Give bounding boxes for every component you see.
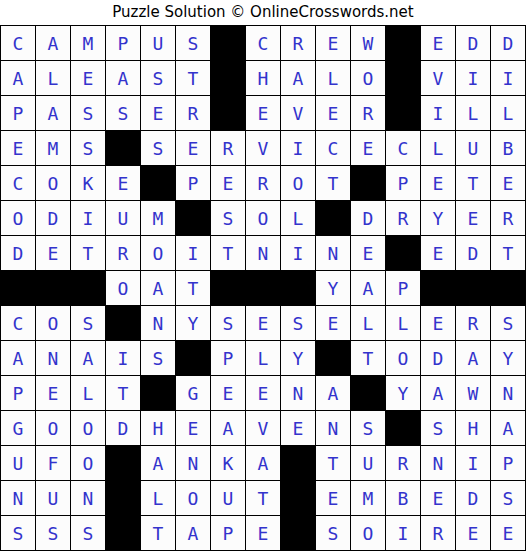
letter-cell-r4c8: V (246, 131, 280, 165)
letter-cell-r3c15: L (491, 96, 525, 130)
letter-cell-r15c8: E (246, 516, 280, 550)
letter-cell-r4c11: E (351, 131, 385, 165)
letter-cell-r4c14: U (456, 131, 490, 165)
letter-cell-r4c13: L (421, 131, 455, 165)
letter-cell-r15c3: S (71, 516, 105, 550)
letter-cell-r11c3: L (71, 376, 105, 410)
letter-cell-r1c5: U (141, 26, 175, 60)
letter-cell-r1c4: P (106, 26, 140, 60)
letter-cell-r14c13: E (421, 481, 455, 515)
letter-cell-r11c12: Y (386, 376, 420, 410)
puzzle-solution-page: Puzzle Solution © OnlineCrosswords.net C… (0, 0, 526, 551)
letter-cell-r3c13: I (421, 96, 455, 130)
letter-cell-r11c8: E (246, 376, 280, 410)
block-cell-r14c4 (106, 481, 140, 515)
letter-cell-r3c3: S (71, 96, 105, 130)
letter-cell-r15c14: E (456, 516, 490, 550)
letter-cell-r7c4: R (106, 236, 140, 270)
letter-cell-r3c9: V (281, 96, 315, 130)
letter-cell-r10c14: A (456, 341, 490, 375)
block-cell-r6c6 (176, 201, 210, 235)
letter-cell-r6c9: L (281, 201, 315, 235)
block-cell-r1c12 (386, 26, 420, 60)
letter-cell-r14c1: N (1, 481, 35, 515)
letter-cell-r3c1: P (1, 96, 35, 130)
letter-cell-r6c13: Y (421, 201, 455, 235)
block-cell-r4c4 (106, 131, 140, 165)
letter-cell-r12c6: E (176, 411, 210, 445)
letter-cell-r4c6: E (176, 131, 210, 165)
block-cell-r8c8 (246, 271, 280, 305)
letter-cell-r13c13: N (421, 446, 455, 480)
letter-cell-r5c10: T (316, 166, 350, 200)
letter-cell-r13c8: A (246, 446, 280, 480)
letter-cell-r5c9: O (281, 166, 315, 200)
letter-cell-r6c2: D (36, 201, 70, 235)
letter-cell-r2c5: S (141, 61, 175, 95)
letter-cell-r3c8: E (246, 96, 280, 130)
block-cell-r8c7 (211, 271, 245, 305)
letter-cell-r14c7: U (211, 481, 245, 515)
block-cell-r9c4 (106, 306, 140, 340)
letter-cell-r3c4: S (106, 96, 140, 130)
letter-cell-r7c1: D (1, 236, 35, 270)
letter-cell-r4c7: R (211, 131, 245, 165)
letter-cell-r2c2: L (36, 61, 70, 95)
block-cell-r15c4 (106, 516, 140, 550)
letter-cell-r4c12: C (386, 131, 420, 165)
letter-cell-r1c13: E (421, 26, 455, 60)
letter-cell-r1c11: W (351, 26, 385, 60)
block-cell-r7c12 (386, 236, 420, 270)
letter-cell-r13c15: P (491, 446, 525, 480)
block-cell-r2c12 (386, 61, 420, 95)
letter-cell-r8c12: P (386, 271, 420, 305)
letter-cell-r7c6: I (176, 236, 210, 270)
letter-cell-r4c5: S (141, 131, 175, 165)
letter-cell-r8c6: T (176, 271, 210, 305)
letter-cell-r2c8: H (246, 61, 280, 95)
letter-cell-r9c12: L (386, 306, 420, 340)
letter-cell-r11c7: E (211, 376, 245, 410)
letter-cell-r9c5: N (141, 306, 175, 340)
letter-cell-r9c1: C (1, 306, 35, 340)
letter-cell-r8c4: O (106, 271, 140, 305)
letter-cell-r11c4: T (106, 376, 140, 410)
block-cell-r8c9 (281, 271, 315, 305)
letter-cell-r13c7: K (211, 446, 245, 480)
letter-cell-r13c3: O (71, 446, 105, 480)
letter-cell-r14c3: N (71, 481, 105, 515)
letter-cell-r10c9: Y (281, 341, 315, 375)
letter-cell-r11c10: A (316, 376, 350, 410)
letter-cell-r6c11: D (351, 201, 385, 235)
letter-cell-r13c12: R (386, 446, 420, 480)
letter-cell-r2c15: I (491, 61, 525, 95)
letter-cell-r14c2: U (36, 481, 70, 515)
letter-cell-r5c1: C (1, 166, 35, 200)
block-cell-r8c3 (71, 271, 105, 305)
letter-cell-r6c15: R (491, 201, 525, 235)
letter-cell-r12c5: H (141, 411, 175, 445)
letter-cell-r6c5: M (141, 201, 175, 235)
letter-cell-r1c8: C (246, 26, 280, 60)
letter-cell-r4c1: E (1, 131, 35, 165)
letter-cell-r4c3: S (71, 131, 105, 165)
letter-cell-r14c8: T (246, 481, 280, 515)
letter-cell-r10c13: D (421, 341, 455, 375)
letter-cell-r8c5: A (141, 271, 175, 305)
letter-cell-r3c11: R (351, 96, 385, 130)
letter-cell-r12c11: S (351, 411, 385, 445)
letter-cell-r5c4: E (106, 166, 140, 200)
letter-cell-r2c3: E (71, 61, 105, 95)
block-cell-r10c6 (176, 341, 210, 375)
letter-cell-r1c2: A (36, 26, 70, 60)
letter-cell-r7c11: E (351, 236, 385, 270)
block-cell-r8c1 (1, 271, 35, 305)
letter-cell-r14c15: S (491, 481, 525, 515)
letter-cell-r15c1: S (1, 516, 35, 550)
letter-cell-r13c11: U (351, 446, 385, 480)
letter-cell-r15c12: I (386, 516, 420, 550)
letter-cell-r11c1: P (1, 376, 35, 410)
block-cell-r11c11 (351, 376, 385, 410)
letter-cell-r7c5: O (141, 236, 175, 270)
letter-cell-r5c8: R (246, 166, 280, 200)
letter-cell-r1c1: C (1, 26, 35, 60)
letter-cell-r13c2: F (36, 446, 70, 480)
block-cell-r14c9 (281, 481, 315, 515)
letter-cell-r9c7: S (211, 306, 245, 340)
block-cell-r3c7 (211, 96, 245, 130)
letter-cell-r8c11: A (351, 271, 385, 305)
block-cell-r6c10 (316, 201, 350, 235)
block-cell-r5c11 (351, 166, 385, 200)
letter-cell-r1c9: R (281, 26, 315, 60)
letter-cell-r5c13: E (421, 166, 455, 200)
letter-cell-r2c1: A (1, 61, 35, 95)
letter-cell-r14c12: B (386, 481, 420, 515)
block-cell-r15c9 (281, 516, 315, 550)
block-cell-r8c15 (491, 271, 525, 305)
letter-cell-r15c15: E (491, 516, 525, 550)
block-cell-r8c2 (36, 271, 70, 305)
letter-cell-r15c13: R (421, 516, 455, 550)
letter-cell-r7c10: N (316, 236, 350, 270)
letter-cell-r9c6: Y (176, 306, 210, 340)
letter-cell-r6c8: O (246, 201, 280, 235)
letter-cell-r9c2: O (36, 306, 70, 340)
letter-cell-r12c15: A (491, 411, 525, 445)
letter-cell-r15c6: A (176, 516, 210, 550)
letter-cell-r1c14: D (456, 26, 490, 60)
block-cell-r13c9 (281, 446, 315, 480)
letter-cell-r7c9: I (281, 236, 315, 270)
letter-cell-r3c10: E (316, 96, 350, 130)
letter-cell-r10c8: L (246, 341, 280, 375)
letter-cell-r12c13: S (421, 411, 455, 445)
letter-cell-r11c2: E (36, 376, 70, 410)
letter-cell-r13c10: T (316, 446, 350, 480)
letter-cell-r12c7: A (211, 411, 245, 445)
block-cell-r11c5 (141, 376, 175, 410)
letter-cell-r13c6: N (176, 446, 210, 480)
letter-cell-r12c3: O (71, 411, 105, 445)
letter-cell-r4c15: B (491, 131, 525, 165)
letter-cell-r3c6: R (176, 96, 210, 130)
letter-cell-r11c6: G (176, 376, 210, 410)
letter-cell-r1c3: M (71, 26, 105, 60)
letter-cell-r12c9: E (281, 411, 315, 445)
letter-cell-r9c15: S (491, 306, 525, 340)
letter-cell-r5c6: P (176, 166, 210, 200)
letter-cell-r9c9: S (281, 306, 315, 340)
letter-cell-r6c14: E (456, 201, 490, 235)
letter-cell-r3c5: E (141, 96, 175, 130)
letter-cell-r13c5: A (141, 446, 175, 480)
letter-cell-r12c4: D (106, 411, 140, 445)
letter-cell-r2c4: A (106, 61, 140, 95)
block-cell-r8c13 (421, 271, 455, 305)
letter-cell-r8c10: Y (316, 271, 350, 305)
letter-cell-r10c15: Y (491, 341, 525, 375)
block-cell-r12c12 (386, 411, 420, 445)
block-cell-r2c7 (211, 61, 245, 95)
block-cell-r1c7 (211, 26, 245, 60)
letter-cell-r10c2: N (36, 341, 70, 375)
letter-cell-r6c3: I (71, 201, 105, 235)
letter-cell-r6c1: O (1, 201, 35, 235)
letter-cell-r9c13: E (421, 306, 455, 340)
letter-cell-r5c2: O (36, 166, 70, 200)
letter-cell-r6c7: S (211, 201, 245, 235)
letter-cell-r5c3: K (71, 166, 105, 200)
letter-cell-r1c15: D (491, 26, 525, 60)
letter-cell-r11c13: A (421, 376, 455, 410)
letter-cell-r2c6: T (176, 61, 210, 95)
letter-cell-r10c1: A (1, 341, 35, 375)
letter-cell-r11c9: N (281, 376, 315, 410)
letter-cell-r10c7: P (211, 341, 245, 375)
letter-cell-r13c1: U (1, 446, 35, 480)
block-cell-r5c5 (141, 166, 175, 200)
letter-cell-r14c5: L (141, 481, 175, 515)
letter-cell-r7c7: T (211, 236, 245, 270)
crossword-grid: CAMPUSCREWEDDALEASTHALOVIIPASSEREVERILLE… (0, 25, 526, 551)
letter-cell-r3c14: L (456, 96, 490, 130)
letter-cell-r12c14: H (456, 411, 490, 445)
letter-cell-r4c2: M (36, 131, 70, 165)
letter-cell-r14c14: D (456, 481, 490, 515)
letter-cell-r7c3: T (71, 236, 105, 270)
letter-cell-r11c14: W (456, 376, 490, 410)
letter-cell-r11c15: N (491, 376, 525, 410)
letter-cell-r9c8: E (246, 306, 280, 340)
letter-cell-r13c14: I (456, 446, 490, 480)
letter-cell-r6c12: R (386, 201, 420, 235)
letter-cell-r5c15: E (491, 166, 525, 200)
block-cell-r8c14 (456, 271, 490, 305)
letter-cell-r12c2: O (36, 411, 70, 445)
letter-cell-r4c10: C (316, 131, 350, 165)
letter-cell-r2c11: O (351, 61, 385, 95)
letter-cell-r14c6: O (176, 481, 210, 515)
letter-cell-r12c10: N (316, 411, 350, 445)
letter-cell-r15c11: O (351, 516, 385, 550)
letter-cell-r7c15: T (491, 236, 525, 270)
letter-cell-r1c6: S (176, 26, 210, 60)
block-cell-r3c12 (386, 96, 420, 130)
letter-cell-r5c12: P (386, 166, 420, 200)
letter-cell-r2c13: V (421, 61, 455, 95)
letter-cell-r5c7: E (211, 166, 245, 200)
letter-cell-r5c14: T (456, 166, 490, 200)
letter-cell-r9c11: L (351, 306, 385, 340)
letter-cell-r15c7: P (211, 516, 245, 550)
letter-cell-r12c1: G (1, 411, 35, 445)
letter-cell-r14c10: E (316, 481, 350, 515)
letter-cell-r10c12: O (386, 341, 420, 375)
letter-cell-r10c11: T (351, 341, 385, 375)
block-cell-r13c4 (106, 446, 140, 480)
letter-cell-r14c11: M (351, 481, 385, 515)
letter-cell-r7c13: E (421, 236, 455, 270)
block-cell-r10c10 (316, 341, 350, 375)
letter-cell-r12c8: V (246, 411, 280, 445)
letter-cell-r2c14: I (456, 61, 490, 95)
letter-cell-r7c14: D (456, 236, 490, 270)
letter-cell-r3c2: A (36, 96, 70, 130)
letter-cell-r2c9: A (281, 61, 315, 95)
letter-cell-r6c4: U (106, 201, 140, 235)
letter-cell-r15c2: S (36, 516, 70, 550)
letter-cell-r10c5: S (141, 341, 175, 375)
letter-cell-r4c9: I (281, 131, 315, 165)
letter-cell-r10c4: I (106, 341, 140, 375)
letter-cell-r7c8: N (246, 236, 280, 270)
letter-cell-r9c10: E (316, 306, 350, 340)
letter-cell-r10c3: A (71, 341, 105, 375)
letter-cell-r15c5: T (141, 516, 175, 550)
page-title: Puzzle Solution © OnlineCrosswords.net (0, 0, 526, 25)
letter-cell-r9c14: R (456, 306, 490, 340)
letter-cell-r7c2: E (36, 236, 70, 270)
letter-cell-r9c3: S (71, 306, 105, 340)
letter-cell-r1c10: E (316, 26, 350, 60)
letter-cell-r2c10: L (316, 61, 350, 95)
letter-cell-r15c10: S (316, 516, 350, 550)
